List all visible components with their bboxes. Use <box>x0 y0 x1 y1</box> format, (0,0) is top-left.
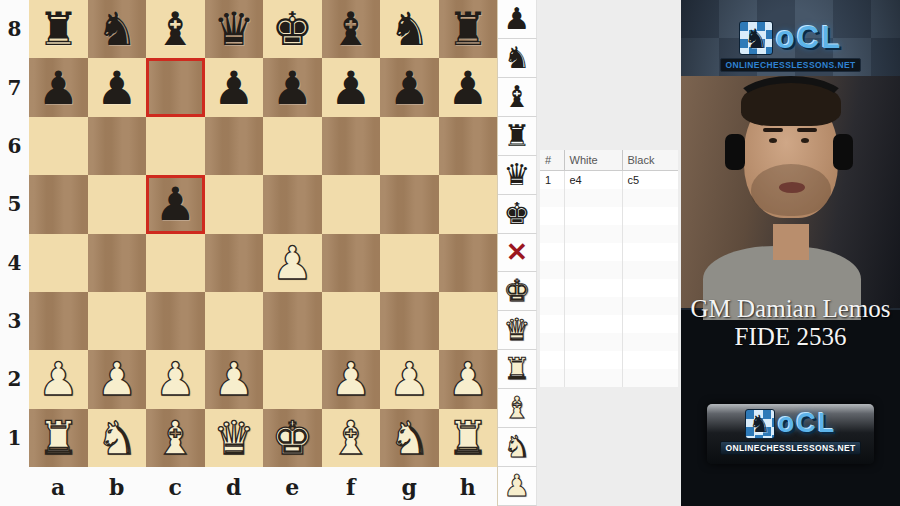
white-queen-icon: ♛ <box>504 315 531 345</box>
square-g1[interactable]: ♞ <box>380 409 439 467</box>
square-g2[interactable]: ♟ <box>380 350 439 408</box>
ocl-logo-letters: oCL <box>778 408 836 439</box>
square-c4[interactable] <box>146 234 205 292</box>
piece-black-pawn: ♟ <box>38 65 79 111</box>
square-b4[interactable] <box>88 234 147 292</box>
move-col-header-black: Black <box>622 150 678 171</box>
palette-black-knight[interactable]: ♞ <box>498 39 537 78</box>
square-f3[interactable] <box>322 292 381 350</box>
piece-black-pawn: ♟ <box>213 65 254 111</box>
file-label-f: f <box>322 467 381 506</box>
square-e1[interactable]: ♚ <box>263 409 322 467</box>
piece-white-pawn: ♟ <box>272 240 313 286</box>
black-bishop-icon: ♝ <box>504 82 531 112</box>
piece-white-rook: ♜ <box>447 415 488 461</box>
square-h8[interactable]: ♜ <box>439 0 498 58</box>
square-b3[interactable] <box>88 292 147 350</box>
move-row-empty <box>540 297 678 315</box>
square-e6[interactable] <box>263 117 322 175</box>
square-e8[interactable]: ♚ <box>263 0 322 58</box>
piece-white-pawn: ♟ <box>389 356 430 402</box>
square-f6[interactable] <box>322 117 381 175</box>
file-label-c: c <box>146 467 205 506</box>
presenter-name: GM Damian Lemos <box>681 295 900 323</box>
piece-black-queen: ♛ <box>213 6 254 52</box>
square-b8[interactable]: ♞ <box>88 0 147 58</box>
white-knight-icon: ♞ <box>504 432 531 462</box>
rank-labels: 87654321 <box>0 0 29 467</box>
square-g8[interactable]: ♞ <box>380 0 439 58</box>
piece-white-pawn: ♟ <box>96 356 137 402</box>
white-pawn-icon: ♟ <box>504 471 531 501</box>
rank-label-6: 6 <box>0 117 29 175</box>
ocl-site-text: ONLINECHESSLESSONS.NET <box>720 441 860 455</box>
square-b5[interactable] <box>88 175 147 233</box>
square-h4[interactable] <box>439 234 498 292</box>
square-h7[interactable]: ♟ <box>439 58 498 116</box>
palette-black-queen[interactable]: ♛ <box>498 156 537 195</box>
palette-black-pawn[interactable]: ♟ <box>498 0 537 39</box>
piece-white-pawn: ♟ <box>213 356 254 402</box>
file-label-g: g <box>380 467 439 506</box>
delete-x-icon: ✕ <box>506 239 528 265</box>
piece-black-pawn: ♟ <box>447 65 488 111</box>
palette-white-knight[interactable]: ♞ <box>498 428 537 467</box>
square-a7[interactable]: ♟ <box>29 58 88 116</box>
chess-board: ♜♞♝♛♚♝♞♜♟♟♟♟♟♟♟♟♟♟♟♟♟♟♟♟♜♞♝♛♚♝♞♜ <box>29 0 497 467</box>
file-label-h: h <box>439 467 498 506</box>
square-e7[interactable]: ♟ <box>263 58 322 116</box>
rank-label-7: 7 <box>0 58 29 116</box>
square-g5[interactable] <box>380 175 439 233</box>
square-c5[interactable]: ♟ <box>146 175 205 233</box>
black-queen-icon: ♛ <box>504 160 531 190</box>
piece-black-pawn: ♟ <box>389 65 430 111</box>
square-a6[interactable] <box>29 117 88 175</box>
presenter-rating: FIDE 2536 <box>681 323 900 351</box>
square-g3[interactable] <box>380 292 439 350</box>
piece-white-king: ♚ <box>272 415 313 461</box>
square-h1[interactable]: ♜ <box>439 409 498 467</box>
rank-label-5: 5 <box>0 175 29 233</box>
piece-black-bishop: ♝ <box>155 6 196 52</box>
palette-black-king[interactable]: ♚ <box>498 195 537 234</box>
move-row-empty <box>540 333 678 351</box>
black-king-icon: ♚ <box>504 199 531 229</box>
move-row-empty <box>540 207 678 225</box>
piece-black-pawn: ♟ <box>272 65 313 111</box>
square-c8[interactable]: ♝ <box>146 0 205 58</box>
piece-white-knight: ♞ <box>389 415 430 461</box>
square-c3[interactable] <box>146 292 205 350</box>
white-rook-icon: ♜ <box>504 354 531 384</box>
move-col-header-num: # <box>540 150 564 171</box>
piece-white-queen: ♛ <box>213 415 254 461</box>
square-a8[interactable]: ♜ <box>29 0 88 58</box>
palette-black-rook[interactable]: ♜ <box>498 117 537 156</box>
white-move[interactable]: e4 <box>564 171 622 190</box>
square-f7[interactable]: ♟ <box>322 58 381 116</box>
square-b2[interactable]: ♟ <box>88 350 147 408</box>
move-row-empty <box>540 225 678 243</box>
white-bishop-icon: ♝ <box>504 393 531 423</box>
piece-black-pawn: ♟ <box>155 181 196 227</box>
rank-label-8: 8 <box>0 0 29 58</box>
move-col-header-white: White <box>564 150 622 171</box>
piece-black-pawn: ♟ <box>96 65 137 111</box>
square-a3[interactable] <box>29 292 88 350</box>
video-overlay-panel: ♞ oCL ONLINECHESSLESSONS.NET GM Damian L… <box>681 0 900 506</box>
move-row-empty <box>540 351 678 369</box>
square-d2[interactable]: ♟ <box>205 350 264 408</box>
piece-black-bishop: ♝ <box>330 6 371 52</box>
square-c1[interactable]: ♝ <box>146 409 205 467</box>
file-label-a: a <box>29 467 88 506</box>
black-pawn-icon: ♟ <box>504 4 531 34</box>
square-d8[interactable]: ♛ <box>205 0 264 58</box>
square-g6[interactable] <box>380 117 439 175</box>
ocl-logo-bottom: ♞ oCL ONLINECHESSLESSONS.NET <box>707 404 874 464</box>
move-row-1: 1e4c5 <box>540 171 678 190</box>
square-b1[interactable]: ♞ <box>88 409 147 467</box>
presenter-caption: GM Damian Lemos FIDE 2536 <box>681 295 900 351</box>
move-list-pane: #WhiteBlack 1e4c5 <box>537 0 681 506</box>
piece-black-rook: ♜ <box>447 6 488 52</box>
square-d7[interactable]: ♟ <box>205 58 264 116</box>
piece-white-pawn: ♟ <box>155 356 196 402</box>
ocl-site-text: ONLINECHESSLESSONS.NET <box>720 58 860 72</box>
piece-white-pawn: ♟ <box>330 356 371 402</box>
move-row-empty <box>540 261 678 279</box>
move-table: #WhiteBlack 1e4c5 <box>540 150 678 387</box>
ocl-logo-top: ♞ oCL ONLINECHESSLESSONS.NET <box>681 20 900 72</box>
square-d5[interactable] <box>205 175 264 233</box>
piece-white-pawn: ♟ <box>38 356 79 402</box>
white-king-icon: ♚ <box>504 276 531 306</box>
chess-lesson-app: 87654321 ♜♞♝♛♚♝♞♜♟♟♟♟♟♟♟♟♟♟♟♟♟♟♟♟♜♞♝♛♚♝♞… <box>0 0 900 506</box>
square-e4[interactable]: ♟ <box>263 234 322 292</box>
piece-black-king: ♚ <box>272 6 313 52</box>
square-a4[interactable] <box>29 234 88 292</box>
square-h3[interactable] <box>439 292 498 350</box>
square-c2[interactable]: ♟ <box>146 350 205 408</box>
move-row-empty <box>540 279 678 297</box>
ocl-logo-letters: oCL <box>776 20 842 56</box>
square-d1[interactable]: ♛ <box>205 409 264 467</box>
piece-white-bishop: ♝ <box>330 415 371 461</box>
piece-black-knight: ♞ <box>96 6 137 52</box>
palette-white-pawn[interactable]: ♟ <box>498 467 537 506</box>
square-b7[interactable]: ♟ <box>88 58 147 116</box>
move-number: 1 <box>540 171 564 190</box>
piece-white-knight: ♞ <box>96 415 137 461</box>
webcam-video <box>681 76 900 308</box>
palette-black-bishop[interactable]: ♝ <box>498 78 537 117</box>
piece-white-bishop: ♝ <box>155 415 196 461</box>
move-row-empty <box>540 369 678 387</box>
ocl-knight-icon: ♞ <box>745 409 775 439</box>
palette-white-queen[interactable]: ♛ <box>498 311 537 350</box>
square-d3[interactable] <box>205 292 264 350</box>
black-knight-icon: ♞ <box>504 43 531 73</box>
square-e3[interactable] <box>263 292 322 350</box>
square-h2[interactable]: ♟ <box>439 350 498 408</box>
palette-white-bishop[interactable]: ♝ <box>498 389 537 428</box>
file-label-d: d <box>205 467 264 506</box>
square-f2[interactable]: ♟ <box>322 350 381 408</box>
square-e2[interactable] <box>263 350 322 408</box>
square-d6[interactable] <box>205 117 264 175</box>
delete-piece-button[interactable]: ✕ <box>498 234 537 273</box>
file-label-e: e <box>263 467 322 506</box>
square-f4[interactable] <box>322 234 381 292</box>
move-row-empty <box>540 189 678 207</box>
square-f8[interactable]: ♝ <box>322 0 381 58</box>
piece-palette: ♟♞♝♜♛♚✕♚♛♜♝♞♟ <box>497 0 537 506</box>
move-row-empty <box>540 243 678 261</box>
square-a2[interactable]: ♟ <box>29 350 88 408</box>
piece-white-pawn: ♟ <box>447 356 488 402</box>
file-labels: abcdefgh <box>0 467 497 506</box>
piece-white-rook: ♜ <box>38 415 79 461</box>
move-row-empty <box>540 315 678 333</box>
headphones-icon <box>731 76 851 138</box>
piece-black-pawn: ♟ <box>330 65 371 111</box>
square-f5[interactable] <box>322 175 381 233</box>
square-f1[interactable]: ♝ <box>322 409 381 467</box>
black-move[interactable]: c5 <box>622 171 678 190</box>
palette-white-king[interactable]: ♚ <box>498 272 537 311</box>
square-a5[interactable] <box>29 175 88 233</box>
square-b6[interactable] <box>88 117 147 175</box>
move-table-header: #WhiteBlack <box>540 150 678 171</box>
square-d4[interactable] <box>205 234 264 292</box>
file-label-b: b <box>88 467 147 506</box>
square-c7[interactable] <box>146 58 205 116</box>
square-e5[interactable] <box>263 175 322 233</box>
square-a1[interactable]: ♜ <box>29 409 88 467</box>
piece-black-rook: ♜ <box>38 6 79 52</box>
piece-black-knight: ♞ <box>389 6 430 52</box>
square-h6[interactable] <box>439 117 498 175</box>
rank-label-2: 2 <box>0 350 29 408</box>
square-h5[interactable] <box>439 175 498 233</box>
black-rook-icon: ♜ <box>504 121 531 151</box>
rank-label-3: 3 <box>0 292 29 350</box>
square-g4[interactable] <box>380 234 439 292</box>
ocl-knight-icon: ♞ <box>739 21 773 55</box>
square-g7[interactable]: ♟ <box>380 58 439 116</box>
square-c6[interactable] <box>146 117 205 175</box>
rank-label-1: 1 <box>0 409 29 467</box>
palette-white-rook[interactable]: ♜ <box>498 350 537 389</box>
rank-label-4: 4 <box>0 234 29 292</box>
